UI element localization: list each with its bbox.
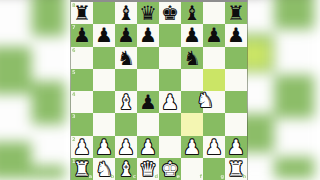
square-g8[interactable]	[203, 2, 225, 24]
rank-label-6: 6	[72, 48, 75, 53]
black-knight-c6[interactable]: ♞	[115, 47, 137, 69]
letterbox-blur-right	[247, 0, 320, 180]
black-pawn-f7[interactable]: ♟	[181, 24, 203, 46]
square-b5[interactable]	[93, 69, 115, 91]
white-pawn-d2[interactable]: ♟	[137, 136, 159, 158]
white-pawn-g2[interactable]: ♟	[203, 136, 225, 158]
square-b6[interactable]	[93, 47, 115, 69]
file-label-e: e	[177, 174, 180, 179]
square-h8[interactable]: ♜	[225, 2, 247, 24]
white-pawn-e4[interactable]: ♟	[159, 91, 181, 113]
file-label-a: a	[89, 174, 92, 179]
square-e1[interactable]: ♚e	[159, 158, 181, 180]
file-label-f: f	[200, 174, 202, 179]
white-pawn-h2[interactable]: ♟	[225, 136, 247, 158]
square-d1[interactable]: ♛d	[137, 158, 159, 180]
square-g1[interactable]: g	[203, 158, 225, 180]
square-d4[interactable]: ♟	[137, 91, 159, 113]
square-c2[interactable]: ♟	[115, 136, 137, 158]
rank-label-5: 5	[72, 70, 75, 75]
square-e8[interactable]: ♚	[159, 2, 181, 24]
file-label-g: g	[220, 174, 224, 179]
square-d6[interactable]	[137, 47, 159, 69]
square-f6[interactable]: ♞	[181, 47, 203, 69]
white-pawn-f2[interactable]: ♟	[181, 136, 203, 158]
black-knight-f6[interactable]: ♞	[181, 47, 203, 69]
square-g2[interactable]: ♟	[203, 136, 225, 158]
square-c1[interactable]: ♝c	[115, 158, 137, 180]
file-label-h: h	[242, 174, 246, 179]
black-pawn-d7[interactable]: ♟	[137, 24, 159, 46]
file-label-b: b	[110, 174, 114, 179]
square-f8[interactable]: ♝	[181, 2, 203, 24]
blurred-board-reflection	[247, 0, 320, 180]
square-c8[interactable]: ♝	[115, 2, 137, 24]
square-c4[interactable]: ♝	[115, 91, 137, 113]
square-c5[interactable]	[115, 69, 137, 91]
white-pawn-c2[interactable]: ♟	[115, 136, 137, 158]
square-b2[interactable]: ♟	[93, 136, 115, 158]
square-a4[interactable]: 4	[71, 91, 93, 113]
rank-label-8: 8	[72, 3, 75, 8]
black-bishop-f8[interactable]: ♝	[181, 2, 203, 24]
square-h3[interactable]	[225, 113, 247, 135]
black-queen-d8[interactable]: ♛	[137, 2, 159, 24]
square-a8[interactable]: ♜8	[71, 2, 93, 24]
square-b3[interactable]	[93, 113, 115, 135]
square-h1[interactable]: ♜h	[225, 158, 247, 180]
rank-label-7: 7	[72, 25, 75, 30]
black-pawn-g7[interactable]: ♟	[203, 24, 225, 46]
square-b7[interactable]: ♟	[93, 24, 115, 46]
square-h2[interactable]: ♟	[225, 136, 247, 158]
file-label-c: c	[133, 174, 136, 179]
black-bishop-c8[interactable]: ♝	[115, 2, 137, 24]
black-rook-h8[interactable]: ♜	[225, 2, 247, 24]
rank-label-1: 1	[72, 159, 75, 164]
square-a7[interactable]: ♟7	[71, 24, 93, 46]
square-b1[interactable]: ♞b	[93, 158, 115, 180]
square-e6[interactable]	[159, 47, 181, 69]
rank-label-4: 4	[72, 92, 75, 97]
square-d7[interactable]: ♟	[137, 24, 159, 46]
black-pawn-c7[interactable]: ♟	[115, 24, 137, 46]
square-h7[interactable]: ♟	[225, 24, 247, 46]
black-pawn-d4[interactable]: ♟	[137, 91, 159, 113]
square-c3[interactable]	[115, 113, 137, 135]
square-c7[interactable]: ♟	[115, 24, 137, 46]
white-knight-animating[interactable]: ♞	[194, 89, 216, 111]
square-h5[interactable]	[225, 69, 247, 91]
letterbox-blur-left	[0, 0, 71, 180]
square-b4[interactable]	[93, 91, 115, 113]
board-left-edge	[70, 0, 71, 180]
square-c6[interactable]: ♞	[115, 47, 137, 69]
square-e5[interactable]	[159, 69, 181, 91]
square-g6[interactable]	[203, 47, 225, 69]
square-e4[interactable]: ♟	[159, 91, 181, 113]
square-f2[interactable]: ♟	[181, 136, 203, 158]
square-h4[interactable]	[225, 91, 247, 113]
board-right-edge	[247, 0, 248, 180]
white-bishop-c4[interactable]: ♝	[115, 91, 137, 113]
square-e7[interactable]	[159, 24, 181, 46]
square-a2[interactable]: ♟2	[71, 136, 93, 158]
black-king-e8[interactable]: ♚	[159, 2, 181, 24]
square-e2[interactable]	[159, 136, 181, 158]
square-d2[interactable]: ♟	[137, 136, 159, 158]
square-a5[interactable]: 5	[71, 69, 93, 91]
square-g7[interactable]: ♟	[203, 24, 225, 46]
square-e3[interactable]	[159, 113, 181, 135]
square-a3[interactable]: 3	[71, 113, 93, 135]
square-a6[interactable]: 6	[71, 47, 93, 69]
chess-board: ♜8♝♛♚♝♜♟7♟♟♟♟♟♟6♞♞54♝♟♟3♟2♟♟♟♟♟♟♜1a♞b♝c♛…	[71, 0, 247, 180]
square-a1[interactable]: ♜1a	[71, 158, 93, 180]
square-b8[interactable]	[93, 2, 115, 24]
rank-label-2: 2	[72, 137, 75, 142]
black-pawn-b7[interactable]: ♟	[93, 24, 115, 46]
square-d5[interactable]	[137, 69, 159, 91]
square-f7[interactable]: ♟	[181, 24, 203, 46]
square-g3[interactable]	[203, 113, 225, 135]
blurred-board-reflection	[0, 0, 71, 180]
square-f1[interactable]: f	[181, 158, 203, 180]
black-pawn-h7[interactable]: ♟	[225, 24, 247, 46]
square-h6[interactable]	[225, 47, 247, 69]
square-f3[interactable]	[181, 113, 203, 135]
square-d8[interactable]: ♛	[137, 2, 159, 24]
white-pawn-b2[interactable]: ♟	[93, 136, 115, 158]
board-grid: ♜8♝♛♚♝♜♟7♟♟♟♟♟♟6♞♞54♝♟♟3♟2♟♟♟♟♟♟♜1a♞b♝c♛…	[71, 2, 247, 180]
video-frame: ♜8♝♛♚♝♜♟7♟♟♟♟♟♟6♞♞54♝♟♟3♟2♟♟♟♟♟♟♜1a♞b♝c♛…	[0, 0, 320, 180]
square-d3[interactable]	[137, 113, 159, 135]
rank-label-3: 3	[72, 114, 75, 119]
file-label-d: d	[154, 174, 158, 179]
